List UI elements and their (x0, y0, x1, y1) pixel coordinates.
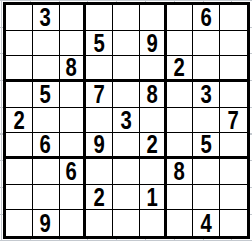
given-digit: 9 (146, 31, 157, 57)
spreadsheet-background: 36598257832376925682194 (0, 0, 252, 241)
cell-r4c4[interactable]: 7 (86, 82, 113, 108)
cell-r7c4[interactable] (86, 159, 113, 185)
cell-r1c9[interactable] (220, 5, 247, 31)
cell-r9c5[interactable] (113, 210, 140, 236)
given-digit: 5 (201, 133, 212, 158)
cell-r6c8[interactable]: 5 (193, 133, 220, 159)
cell-r5c6[interactable] (140, 108, 167, 134)
cell-r7c1[interactable] (6, 159, 33, 185)
cell-r4c9[interactable] (220, 82, 247, 108)
cell-r1c4[interactable] (86, 5, 113, 31)
cell-r6c9[interactable] (220, 133, 247, 159)
cell-r4c6[interactable]: 8 (140, 82, 167, 108)
cell-r3c8[interactable] (193, 56, 220, 82)
cell-r2c1[interactable] (6, 31, 33, 57)
cell-r2c2[interactable] (33, 31, 60, 57)
cell-r6c7[interactable] (167, 133, 194, 159)
cell-r8c3[interactable] (60, 185, 87, 211)
given-digit: 6 (66, 159, 77, 185)
cell-r1c6[interactable] (140, 5, 167, 31)
given-digit: 5 (40, 82, 51, 108)
given-digit: 2 (146, 133, 157, 158)
cell-r8c5[interactable] (113, 185, 140, 211)
cell-r8c7[interactable] (167, 185, 194, 211)
cell-r7c5[interactable] (113, 159, 140, 185)
cell-r3c2[interactable] (33, 56, 60, 82)
sudoku-grid: 36598257832376925682194 (6, 5, 247, 236)
cell-r8c1[interactable] (6, 185, 33, 211)
cell-r7c7[interactable]: 8 (167, 159, 194, 185)
given-digit: 9 (94, 133, 105, 158)
cell-r8c2[interactable] (33, 185, 60, 211)
cell-r1c1[interactable] (6, 5, 33, 31)
given-digit: 8 (66, 56, 77, 81)
cell-r5c3[interactable] (60, 108, 87, 134)
cell-r3c1[interactable] (6, 56, 33, 82)
cell-r6c1[interactable] (6, 133, 33, 159)
cell-r9c9[interactable] (220, 210, 247, 236)
cell-r2c4[interactable]: 5 (86, 31, 113, 57)
cell-r4c3[interactable] (60, 82, 87, 108)
cell-r5c4[interactable] (86, 108, 113, 134)
cell-r5c1[interactable]: 2 (6, 108, 33, 134)
cell-r9c2[interactable]: 9 (33, 210, 60, 236)
cell-r5c8[interactable] (193, 108, 220, 134)
cell-r3c4[interactable] (86, 56, 113, 82)
cell-r2c9[interactable] (220, 31, 247, 57)
cell-r8c6[interactable]: 1 (140, 185, 167, 211)
cell-r6c2[interactable]: 6 (33, 133, 60, 159)
cell-r3c6[interactable] (140, 56, 167, 82)
given-digit: 4 (201, 210, 212, 236)
cell-r9c8[interactable]: 4 (193, 210, 220, 236)
cell-r3c7[interactable]: 2 (167, 56, 194, 82)
cell-r9c6[interactable] (140, 210, 167, 236)
cell-r7c9[interactable] (220, 159, 247, 185)
given-digit: 1 (146, 185, 157, 211)
cell-r2c8[interactable] (193, 31, 220, 57)
given-digit: 8 (174, 159, 185, 185)
given-digit: 3 (120, 108, 131, 134)
sudoku-board: 36598257832376925682194 (3, 2, 250, 239)
cell-r8c4[interactable]: 2 (86, 185, 113, 211)
cell-r4c8[interactable]: 3 (193, 82, 220, 108)
cell-r9c4[interactable] (86, 210, 113, 236)
given-digit: 5 (94, 31, 105, 57)
given-digit: 3 (201, 82, 212, 108)
cell-r3c3[interactable]: 8 (60, 56, 87, 82)
cell-r2c3[interactable] (60, 31, 87, 57)
cell-r8c9[interactable] (220, 185, 247, 211)
cell-r2c7[interactable] (167, 31, 194, 57)
cell-r2c6[interactable]: 9 (140, 31, 167, 57)
cell-r1c8[interactable]: 6 (193, 5, 220, 31)
cell-r3c9[interactable] (220, 56, 247, 82)
cell-r4c5[interactable] (113, 82, 140, 108)
cell-r9c7[interactable] (167, 210, 194, 236)
given-digit: 2 (13, 108, 24, 134)
cell-r3c5[interactable] (113, 56, 140, 82)
cell-r7c8[interactable] (193, 159, 220, 185)
cell-r8c8[interactable] (193, 185, 220, 211)
cell-r5c7[interactable] (167, 108, 194, 134)
given-digit: 2 (174, 56, 185, 81)
given-digit: 2 (94, 185, 105, 211)
given-digit: 7 (94, 82, 105, 108)
cell-r6c3[interactable] (60, 133, 87, 159)
given-digit: 9 (40, 210, 51, 236)
cell-r7c3[interactable]: 6 (60, 159, 87, 185)
cell-r5c9[interactable]: 7 (220, 108, 247, 134)
cell-r1c7[interactable] (167, 5, 194, 31)
cell-r5c5[interactable]: 3 (113, 108, 140, 134)
cell-r4c7[interactable] (167, 82, 194, 108)
cell-r6c4[interactable]: 9 (86, 133, 113, 159)
cell-r7c6[interactable] (140, 159, 167, 185)
given-digit: 8 (146, 82, 157, 108)
cell-r1c5[interactable] (113, 5, 140, 31)
given-digit: 7 (228, 108, 239, 134)
given-digit: 6 (201, 5, 212, 31)
given-digit: 3 (40, 5, 51, 31)
cell-r4c1[interactable] (6, 82, 33, 108)
given-digit: 6 (40, 133, 51, 158)
cell-r4c2[interactable]: 5 (33, 82, 60, 108)
cell-r9c3[interactable] (60, 210, 87, 236)
cell-r5c2[interactable] (33, 108, 60, 134)
cell-r9c1[interactable] (6, 210, 33, 236)
cell-r1c3[interactable] (60, 5, 87, 31)
cell-r7c2[interactable] (33, 159, 60, 185)
cell-r6c6[interactable]: 2 (140, 133, 167, 159)
cell-r2c5[interactable] (113, 31, 140, 57)
cell-r1c2[interactable]: 3 (33, 5, 60, 31)
cell-r6c5[interactable] (113, 133, 140, 159)
